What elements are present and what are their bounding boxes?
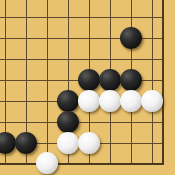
stone-black[interactable] [57, 90, 79, 112]
grid-line-vertical [47, 0, 48, 165]
stone-black[interactable] [0, 132, 16, 154]
stone-white[interactable] [141, 90, 163, 112]
grid-line-vertical [152, 0, 153, 165]
stone-white[interactable] [78, 90, 100, 112]
board-edge-line-right [162, 0, 164, 165]
stone-white[interactable] [36, 152, 58, 174]
grid-line-horizontal [0, 122, 164, 123]
stone-white[interactable] [57, 132, 79, 154]
grid-line-horizontal [0, 59, 164, 60]
stone-black[interactable] [120, 69, 142, 91]
stone-white[interactable] [120, 90, 142, 112]
board-edge-line-bottom [0, 163, 164, 165]
go-board[interactable] [0, 0, 175, 175]
stone-black[interactable] [120, 27, 142, 49]
stone-black[interactable] [78, 69, 100, 91]
stone-black[interactable] [57, 111, 79, 133]
stone-black[interactable] [15, 132, 37, 154]
grid-line-horizontal [0, 17, 164, 18]
stone-black[interactable] [99, 69, 121, 91]
stone-white[interactable] [99, 90, 121, 112]
stone-white[interactable] [78, 132, 100, 154]
